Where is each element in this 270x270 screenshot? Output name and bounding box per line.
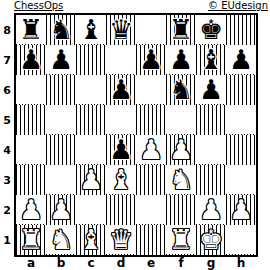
white-pawn[interactable]: ♟ bbox=[229, 195, 253, 225]
square-e5[interactable] bbox=[136, 105, 166, 135]
black-knight[interactable]: ♞ bbox=[169, 75, 193, 105]
black-bishop[interactable]: ♝ bbox=[199, 45, 223, 75]
black-pawn[interactable]: ♟ bbox=[229, 45, 253, 75]
black-pawn[interactable]: ♟ bbox=[109, 75, 133, 105]
black-knight[interactable]: ♞ bbox=[49, 15, 73, 45]
square-a5[interactable] bbox=[16, 105, 46, 135]
square-h5[interactable] bbox=[226, 105, 256, 135]
square-c4[interactable] bbox=[76, 135, 106, 165]
copyright-label: © EUdesign bbox=[208, 0, 268, 12]
square-e2[interactable] bbox=[136, 195, 166, 225]
square-b4[interactable] bbox=[46, 135, 76, 165]
black-queen[interactable]: ♛ bbox=[109, 15, 133, 45]
square-h1[interactable] bbox=[226, 225, 256, 255]
white-rook[interactable]: ♜ bbox=[19, 225, 43, 255]
file-labels: abcdefgh bbox=[16, 256, 256, 270]
square-e7[interactable]: ♟ bbox=[136, 45, 166, 75]
square-b6[interactable] bbox=[46, 75, 76, 105]
square-e3[interactable] bbox=[136, 165, 166, 195]
square-g1[interactable]: ♚ bbox=[196, 225, 226, 255]
square-d5[interactable] bbox=[106, 105, 136, 135]
square-e8[interactable] bbox=[136, 15, 166, 45]
white-queen[interactable]: ♛ bbox=[109, 225, 133, 255]
header: ChessOps © EUdesign bbox=[0, 0, 270, 13]
rank-label-3: 3 bbox=[0, 165, 14, 195]
file-label-a: a bbox=[16, 256, 46, 270]
square-h7[interactable]: ♟ bbox=[226, 45, 256, 75]
white-bishop[interactable]: ♝ bbox=[79, 225, 103, 255]
rank-label-4: 4 bbox=[0, 135, 14, 165]
white-knight[interactable]: ♞ bbox=[49, 225, 73, 255]
square-a4[interactable] bbox=[16, 135, 46, 165]
square-g3[interactable] bbox=[196, 165, 226, 195]
black-pawn[interactable]: ♟ bbox=[169, 45, 193, 75]
rank-label-2: 2 bbox=[0, 195, 14, 225]
square-a8[interactable]: ♜ bbox=[16, 15, 46, 45]
black-pawn[interactable]: ♟ bbox=[19, 45, 43, 75]
square-e4[interactable]: ♟ bbox=[136, 135, 166, 165]
square-b8[interactable]: ♞ bbox=[46, 15, 76, 45]
white-pawn[interactable]: ♟ bbox=[169, 135, 193, 165]
file-label-e: e bbox=[136, 256, 166, 270]
black-pawn[interactable]: ♟ bbox=[109, 135, 133, 165]
file-label-g: g bbox=[196, 256, 226, 270]
rank-label-7: 7 bbox=[0, 45, 14, 75]
square-f8[interactable]: ♜ bbox=[166, 15, 196, 45]
black-rook[interactable]: ♜ bbox=[169, 15, 193, 45]
app-title: ChessOps bbox=[14, 0, 63, 12]
white-pawn[interactable]: ♟ bbox=[19, 195, 43, 225]
square-a2[interactable]: ♟ bbox=[16, 195, 46, 225]
square-d6[interactable]: ♟ bbox=[106, 75, 136, 105]
square-f3[interactable]: ♞ bbox=[166, 165, 196, 195]
black-pawn[interactable]: ♟ bbox=[199, 75, 223, 105]
white-pawn[interactable]: ♟ bbox=[49, 195, 73, 225]
square-c1[interactable]: ♝ bbox=[76, 225, 106, 255]
white-pawn[interactable]: ♟ bbox=[199, 195, 223, 225]
file-label-d: d bbox=[106, 256, 136, 270]
white-knight[interactable]: ♞ bbox=[169, 165, 193, 195]
square-b2[interactable]: ♟ bbox=[46, 195, 76, 225]
black-pawn[interactable]: ♟ bbox=[49, 45, 73, 75]
square-f2[interactable] bbox=[166, 195, 196, 225]
square-g2[interactable]: ♟ bbox=[196, 195, 226, 225]
square-e6[interactable] bbox=[136, 75, 166, 105]
square-c5[interactable] bbox=[76, 105, 106, 135]
square-g8[interactable]: ♚ bbox=[196, 15, 226, 45]
square-c6[interactable] bbox=[76, 75, 106, 105]
rank-labels: 87654321 bbox=[0, 15, 14, 255]
square-h6[interactable] bbox=[226, 75, 256, 105]
square-c8[interactable]: ♝ bbox=[76, 15, 106, 45]
square-b3[interactable] bbox=[46, 165, 76, 195]
black-bishop[interactable]: ♝ bbox=[79, 15, 103, 45]
black-king[interactable]: ♚ bbox=[199, 15, 223, 45]
chess-board[interactable]: ♜♞♝♛♜♚♟♟♟♟♝♟♟♞♟♟♟♟♟♝♞♟♟♟♟♜♞♝♛♜♚ bbox=[14, 13, 258, 257]
square-g4[interactable] bbox=[196, 135, 226, 165]
black-pawn[interactable]: ♟ bbox=[139, 45, 163, 75]
square-b1[interactable]: ♞ bbox=[46, 225, 76, 255]
rank-label-6: 6 bbox=[0, 75, 14, 105]
square-h4[interactable] bbox=[226, 135, 256, 165]
square-c7[interactable] bbox=[76, 45, 106, 75]
square-g6[interactable]: ♟ bbox=[196, 75, 226, 105]
square-g7[interactable]: ♝ bbox=[196, 45, 226, 75]
file-label-b: b bbox=[46, 256, 76, 270]
square-e1[interactable] bbox=[136, 225, 166, 255]
white-king[interactable]: ♚ bbox=[199, 225, 223, 255]
square-f4[interactable]: ♟ bbox=[166, 135, 196, 165]
file-label-f: f bbox=[166, 256, 196, 270]
white-bishop[interactable]: ♝ bbox=[109, 165, 133, 195]
square-d1[interactable]: ♛ bbox=[106, 225, 136, 255]
white-pawn[interactable]: ♟ bbox=[139, 135, 163, 165]
square-f1[interactable]: ♜ bbox=[166, 225, 196, 255]
square-c3[interactable]: ♟ bbox=[76, 165, 106, 195]
square-a1[interactable]: ♜ bbox=[16, 225, 46, 255]
square-h8[interactable] bbox=[226, 15, 256, 45]
square-b5[interactable] bbox=[46, 105, 76, 135]
white-pawn[interactable]: ♟ bbox=[79, 165, 103, 195]
square-g5[interactable] bbox=[196, 105, 226, 135]
square-h3[interactable] bbox=[226, 165, 256, 195]
square-f6[interactable]: ♞ bbox=[166, 75, 196, 105]
square-f7[interactable]: ♟ bbox=[166, 45, 196, 75]
square-d3[interactable]: ♝ bbox=[106, 165, 136, 195]
rank-label-1: 1 bbox=[0, 225, 14, 255]
square-h2[interactable]: ♟ bbox=[226, 195, 256, 225]
file-label-h: h bbox=[226, 256, 256, 270]
white-rook[interactable]: ♜ bbox=[169, 225, 193, 255]
chessops-window: ChessOps © EUdesign 87654321 ♜♞♝♛♜♚♟♟♟♟♝… bbox=[0, 0, 270, 270]
square-d2[interactable] bbox=[106, 195, 136, 225]
file-label-c: c bbox=[76, 256, 106, 270]
square-d8[interactable]: ♛ bbox=[106, 15, 136, 45]
rank-label-5: 5 bbox=[0, 105, 14, 135]
square-c2[interactable] bbox=[76, 195, 106, 225]
rank-label-8: 8 bbox=[0, 15, 14, 45]
black-rook[interactable]: ♜ bbox=[19, 15, 43, 45]
square-d4[interactable]: ♟ bbox=[106, 135, 136, 165]
square-b7[interactable]: ♟ bbox=[46, 45, 76, 75]
square-a7[interactable]: ♟ bbox=[16, 45, 46, 75]
square-f5[interactable] bbox=[166, 105, 196, 135]
square-a3[interactable] bbox=[16, 165, 46, 195]
square-d7[interactable] bbox=[106, 45, 136, 75]
square-a6[interactable] bbox=[16, 75, 46, 105]
